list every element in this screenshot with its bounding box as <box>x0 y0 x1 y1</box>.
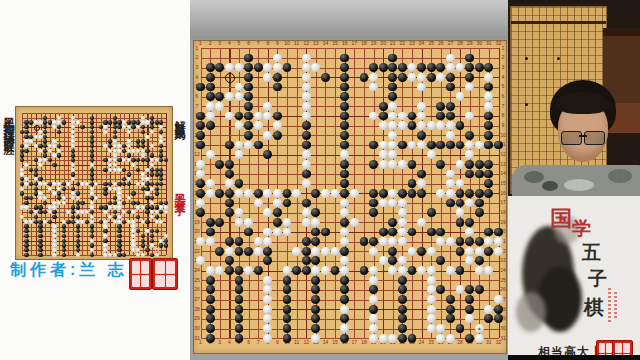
bottom-black-strip <box>508 355 640 360</box>
webcam-video <box>508 0 640 196</box>
logo-char-guo: 国 <box>550 204 572 234</box>
logo-char-zi: 子 <box>588 266 607 292</box>
logo-char-wu: 五 <box>582 240 601 266</box>
red-seal-stamp <box>152 258 178 290</box>
logo-panel: 国 学 五 子 棋 相当高大上 <box>508 196 640 360</box>
person-glasses <box>561 131 605 144</box>
person-fringe <box>556 92 610 114</box>
main-gomoku-board[interactable]: 1122334455667788991010111112121313141415… <box>193 40 507 354</box>
rules-title: 解题规则 <box>172 112 187 182</box>
tiny-seal-column <box>608 288 611 322</box>
logo-char-xue: 学 <box>572 216 591 242</box>
ink-wash-blob <box>516 292 546 332</box>
mini-gomoku-board: ▲ <box>15 106 173 260</box>
ink-wash-blob <box>538 266 582 332</box>
logo-char-qi: 棋 <box>584 294 604 321</box>
puzzle-question-text: 黑先如何连续冲四取胜 <box>1 108 16 258</box>
red-seal-stamp <box>129 258 152 290</box>
board-app-panel: 1122334455667788991010111112121313141415… <box>190 0 508 360</box>
person-shoulders <box>512 165 640 196</box>
rules-forbidden-text: 黑方有禁手 <box>172 184 187 260</box>
tiny-seal-column <box>614 292 617 320</box>
stream-screenshot: 黑先如何连续冲四取胜 ▲ 解题规则 黑方有禁手 制作者:兰 志 仁 112233… <box>0 0 640 360</box>
puzzle-card-panel: 黑先如何连续冲四取胜 ▲ 解题规则 黑方有禁手 制作者:兰 志 仁 <box>0 0 190 360</box>
